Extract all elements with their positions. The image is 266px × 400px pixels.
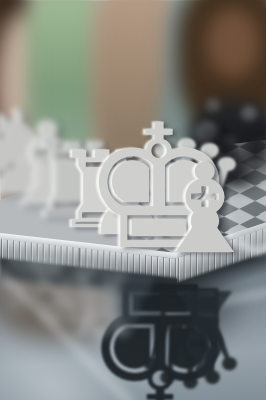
chess-pieces-layer: ♞♝♜♜♟♛♚♝	[0, 0, 266, 400]
chess-photo: ♞♜♝ ♚♛♝♟♜♜♝♞ ♞♝♜♜♟♛♚♝	[0, 0, 266, 400]
white-bishop: ♝	[149, 147, 260, 271]
